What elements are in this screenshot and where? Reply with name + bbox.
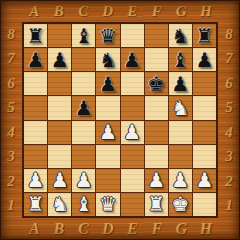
rank-label-left-6: 6 — [0, 71, 22, 96]
piece-white-pawn[interactable]: ♟ — [27, 170, 45, 190]
square-a2[interactable]: ♟ — [24, 169, 47, 192]
piece-white-bishop[interactable]: ♝ — [75, 194, 93, 214]
square-g7[interactable]: ♝ — [169, 48, 192, 71]
piece-white-queen[interactable]: ♛ — [99, 194, 117, 214]
file-label-top-f: F — [145, 0, 170, 22]
square-h4[interactable] — [193, 121, 216, 144]
square-e2[interactable] — [121, 169, 144, 192]
piece-white-knight[interactable]: ♞ — [51, 194, 69, 214]
square-c8[interactable]: ♝ — [72, 24, 95, 47]
square-e4[interactable]: ♟ — [121, 121, 144, 144]
rank-label-right-4: 4 — [218, 120, 240, 145]
square-b3[interactable] — [48, 145, 71, 168]
square-f7[interactable] — [145, 48, 168, 71]
square-g4[interactable] — [169, 121, 192, 144]
piece-black-pawn[interactable]: ♟ — [123, 50, 141, 70]
rank-label-left-5: 5 — [0, 96, 22, 121]
square-d5[interactable] — [96, 96, 119, 119]
square-f4[interactable] — [145, 121, 168, 144]
square-f2[interactable]: ♟ — [145, 169, 168, 192]
square-b2[interactable]: ♟ — [48, 169, 71, 192]
piece-black-pawn[interactable]: ♟ — [195, 50, 213, 70]
square-a8[interactable]: ♜ — [24, 24, 47, 47]
piece-white-pawn[interactable]: ♟ — [51, 170, 69, 190]
square-a7[interactable]: ♟ — [24, 48, 47, 71]
piece-white-rook[interactable]: ♜ — [147, 194, 165, 214]
piece-black-bishop[interactable]: ♝ — [75, 26, 93, 46]
square-a4[interactable] — [24, 121, 47, 144]
square-c7[interactable] — [72, 48, 95, 71]
square-d1[interactable]: ♛ — [96, 193, 119, 216]
square-g6[interactable]: ♟ — [169, 72, 192, 95]
file-label-bottom-h: H — [194, 218, 219, 240]
square-b4[interactable] — [48, 121, 71, 144]
square-h6[interactable] — [193, 72, 216, 95]
rank-label-right-7: 7 — [218, 47, 240, 72]
file-label-bottom-f: F — [145, 218, 170, 240]
square-e6[interactable] — [121, 72, 144, 95]
square-h5[interactable] — [193, 96, 216, 119]
piece-black-bishop[interactable]: ♝ — [171, 50, 189, 70]
square-f6[interactable]: ♚ — [145, 72, 168, 95]
square-h2[interactable]: ♟ — [193, 169, 216, 192]
square-b8[interactable] — [48, 24, 71, 47]
piece-white-pawn[interactable]: ♟ — [75, 170, 93, 190]
file-label-bottom-e: E — [120, 218, 145, 240]
square-a1[interactable]: ♜ — [24, 193, 47, 216]
piece-black-rook[interactable]: ♜ — [27, 26, 45, 46]
square-g2[interactable]: ♟ — [169, 169, 192, 192]
square-d6[interactable]: ♟ — [96, 72, 119, 95]
rank-label-left-1: 1 — [0, 194, 22, 219]
square-c6[interactable] — [72, 72, 95, 95]
piece-white-rook[interactable]: ♜ — [27, 194, 45, 214]
square-c4[interactable] — [72, 121, 95, 144]
square-g5[interactable]: ♞ — [169, 96, 192, 119]
file-label-bottom-b: B — [47, 218, 72, 240]
file-label-top-b: B — [47, 0, 72, 22]
file-label-top-c: C — [71, 0, 96, 22]
rank-labels-left: 87654321 — [0, 22, 22, 218]
rank-label-right-3: 3 — [218, 145, 240, 170]
file-label-bottom-d: D — [96, 218, 121, 240]
piece-white-pawn[interactable]: ♟ — [99, 122, 117, 142]
square-g8[interactable]: ♞ — [169, 24, 192, 47]
piece-black-pawn[interactable]: ♟ — [51, 50, 69, 70]
file-label-top-a: A — [22, 0, 47, 22]
square-c3[interactable] — [72, 145, 95, 168]
piece-white-pawn[interactable]: ♟ — [123, 122, 141, 142]
square-b5[interactable] — [48, 96, 71, 119]
chess-board-app: ABCDEFGH ABCDEFGH 87654321 87654321 ♜♝♛♞… — [0, 0, 240, 240]
square-h1[interactable] — [193, 193, 216, 216]
square-d8[interactable]: ♛ — [96, 24, 119, 47]
piece-white-knight[interactable]: ♞ — [171, 98, 189, 118]
piece-white-pawn[interactable]: ♟ — [195, 170, 213, 190]
square-d4[interactable]: ♟ — [96, 121, 119, 144]
rank-label-left-4: 4 — [0, 120, 22, 145]
piece-black-knight[interactable]: ♞ — [171, 26, 189, 46]
square-b6[interactable] — [48, 72, 71, 95]
square-h3[interactable] — [193, 145, 216, 168]
square-b7[interactable]: ♟ — [48, 48, 71, 71]
square-h7[interactable]: ♟ — [193, 48, 216, 71]
square-f3[interactable] — [145, 145, 168, 168]
piece-black-king[interactable]: ♚ — [147, 74, 165, 94]
square-g1[interactable]: ♚ — [169, 193, 192, 216]
rank-label-left-2: 2 — [0, 169, 22, 194]
square-e5[interactable] — [121, 96, 144, 119]
rank-label-left-7: 7 — [0, 47, 22, 72]
piece-black-pawn[interactable]: ♟ — [27, 50, 45, 70]
rank-label-right-6: 6 — [218, 71, 240, 96]
square-b1[interactable]: ♞ — [48, 193, 71, 216]
file-label-top-g: G — [169, 0, 194, 22]
file-label-bottom-c: C — [71, 218, 96, 240]
file-labels-bottom: ABCDEFGH — [22, 218, 218, 240]
rank-label-right-5: 5 — [218, 96, 240, 121]
rank-labels-right: 87654321 — [218, 22, 240, 218]
square-a5[interactable] — [24, 96, 47, 119]
piece-black-queen[interactable]: ♛ — [99, 26, 117, 46]
square-h8[interactable]: ♜ — [193, 24, 216, 47]
square-c1[interactable]: ♝ — [72, 193, 95, 216]
piece-black-knight[interactable]: ♞ — [99, 50, 117, 70]
square-f1[interactable]: ♜ — [145, 193, 168, 216]
piece-white-king[interactable]: ♚ — [171, 194, 189, 214]
rank-label-right-1: 1 — [218, 194, 240, 219]
file-label-top-d: D — [96, 0, 121, 22]
square-c2[interactable]: ♟ — [72, 169, 95, 192]
square-e3[interactable] — [121, 145, 144, 168]
square-c5[interactable]: ♟ — [72, 96, 95, 119]
rank-label-left-8: 8 — [0, 22, 22, 47]
rank-label-right-8: 8 — [218, 22, 240, 47]
square-f5[interactable] — [145, 96, 168, 119]
piece-black-pawn[interactable]: ♟ — [171, 74, 189, 94]
square-a3[interactable] — [24, 145, 47, 168]
square-a6[interactable] — [24, 72, 47, 95]
file-label-top-e: E — [120, 0, 145, 22]
square-e8[interactable] — [121, 24, 144, 47]
piece-white-pawn[interactable]: ♟ — [147, 170, 165, 190]
file-labels-top: ABCDEFGH — [22, 0, 218, 22]
piece-white-pawn[interactable]: ♟ — [171, 170, 189, 190]
file-label-bottom-a: A — [22, 218, 47, 240]
square-e7[interactable]: ♟ — [121, 48, 144, 71]
square-g3[interactable] — [169, 145, 192, 168]
board: ♜♝♛♞♜♟♟♞♟♝♟♟♚♟♟♞♟♟♟♟♟♟♟♟♜♞♝♛♜♚ — [22, 22, 218, 218]
piece-black-rook[interactable]: ♜ — [195, 26, 213, 46]
square-d7[interactable]: ♞ — [96, 48, 119, 71]
piece-black-pawn[interactable]: ♟ — [75, 98, 93, 118]
square-d2[interactable] — [96, 169, 119, 192]
rank-label-left-3: 3 — [0, 145, 22, 170]
square-e1[interactable] — [121, 193, 144, 216]
file-label-bottom-g: G — [169, 218, 194, 240]
file-label-top-h: H — [194, 0, 219, 22]
piece-black-pawn[interactable]: ♟ — [99, 74, 117, 94]
square-d3[interactable] — [96, 145, 119, 168]
square-f8[interactable] — [145, 24, 168, 47]
rank-label-right-2: 2 — [218, 169, 240, 194]
